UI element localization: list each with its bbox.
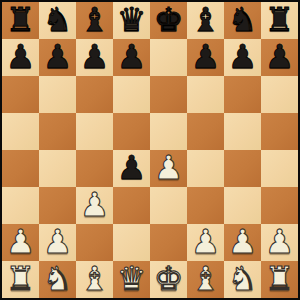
square-f8[interactable]: ♝	[187, 2, 224, 39]
square-b8[interactable]: ♞	[39, 2, 76, 39]
square-c6[interactable]	[76, 76, 113, 113]
square-a1[interactable]: ♜	[2, 261, 39, 298]
square-d7[interactable]: ♟	[113, 39, 150, 76]
square-d1[interactable]: ♛	[113, 261, 150, 298]
square-a8[interactable]: ♜	[2, 2, 39, 39]
square-e7[interactable]	[150, 39, 187, 76]
square-h6[interactable]	[261, 76, 298, 113]
piece-white-knight-b1[interactable]: ♞	[43, 262, 73, 295]
piece-white-pawn-c3[interactable]: ♟	[80, 188, 110, 221]
piece-black-bishop-f8[interactable]: ♝	[191, 3, 221, 36]
square-e8[interactable]: ♚	[150, 2, 187, 39]
square-h2[interactable]: ♟	[261, 224, 298, 261]
square-e2[interactable]	[150, 224, 187, 261]
piece-white-king-e1[interactable]: ♚	[154, 262, 184, 295]
piece-black-rook-a8[interactable]: ♜	[6, 3, 36, 36]
square-b1[interactable]: ♞	[39, 261, 76, 298]
chess-board[interactable]: ♜♞♝♛♚♝♞♜♟♟♟♟♟♟♟♟♟♟♟♟♟♟♟♜♞♝♛♚♝♞♜	[2, 2, 298, 298]
square-f7[interactable]: ♟	[187, 39, 224, 76]
square-f4[interactable]	[187, 150, 224, 187]
piece-black-king-e8[interactable]: ♚	[154, 3, 184, 36]
piece-white-knight-g1[interactable]: ♞	[228, 262, 258, 295]
piece-black-queen-d8[interactable]: ♛	[117, 3, 147, 36]
piece-white-pawn-g2[interactable]: ♟	[228, 225, 258, 258]
square-h5[interactable]	[261, 113, 298, 150]
square-c1[interactable]: ♝	[76, 261, 113, 298]
piece-white-pawn-e4[interactable]: ♟	[154, 151, 184, 184]
square-g6[interactable]	[224, 76, 261, 113]
square-g4[interactable]	[224, 150, 261, 187]
square-b6[interactable]	[39, 76, 76, 113]
square-b3[interactable]	[39, 187, 76, 224]
piece-black-pawn-f7[interactable]: ♟	[191, 40, 221, 73]
square-f5[interactable]	[187, 113, 224, 150]
square-c5[interactable]	[76, 113, 113, 150]
square-b4[interactable]	[39, 150, 76, 187]
piece-black-bishop-c8[interactable]: ♝	[80, 3, 110, 36]
piece-black-knight-g8[interactable]: ♞	[228, 3, 258, 36]
piece-white-pawn-h2[interactable]: ♟	[265, 225, 295, 258]
square-c8[interactable]: ♝	[76, 2, 113, 39]
piece-white-pawn-b2[interactable]: ♟	[43, 225, 73, 258]
piece-black-pawn-c7[interactable]: ♟	[80, 40, 110, 73]
square-g8[interactable]: ♞	[224, 2, 261, 39]
piece-white-queen-d1[interactable]: ♛	[117, 262, 147, 295]
square-e5[interactable]	[150, 113, 187, 150]
square-c7[interactable]: ♟	[76, 39, 113, 76]
piece-black-pawn-h7[interactable]: ♟	[265, 40, 295, 73]
square-e3[interactable]	[150, 187, 187, 224]
piece-black-pawn-g7[interactable]: ♟	[228, 40, 258, 73]
square-a4[interactable]	[2, 150, 39, 187]
piece-black-pawn-b7[interactable]: ♟	[43, 40, 73, 73]
square-d5[interactable]	[113, 113, 150, 150]
piece-white-rook-h1[interactable]: ♜	[265, 262, 295, 295]
piece-white-bishop-f1[interactable]: ♝	[191, 262, 221, 295]
square-g2[interactable]: ♟	[224, 224, 261, 261]
square-a6[interactable]	[2, 76, 39, 113]
square-d3[interactable]	[113, 187, 150, 224]
square-e4[interactable]: ♟	[150, 150, 187, 187]
square-f1[interactable]: ♝	[187, 261, 224, 298]
square-b2[interactable]: ♟	[39, 224, 76, 261]
square-h7[interactable]: ♟	[261, 39, 298, 76]
piece-white-pawn-a2[interactable]: ♟	[6, 225, 36, 258]
square-a7[interactable]: ♟	[2, 39, 39, 76]
piece-black-pawn-a7[interactable]: ♟	[6, 40, 36, 73]
square-d2[interactable]	[113, 224, 150, 261]
square-c4[interactable]	[76, 150, 113, 187]
square-d4[interactable]: ♟	[113, 150, 150, 187]
square-h8[interactable]: ♜	[261, 2, 298, 39]
piece-white-pawn-f2[interactable]: ♟	[191, 225, 221, 258]
square-a2[interactable]: ♟	[2, 224, 39, 261]
square-a5[interactable]	[2, 113, 39, 150]
square-a3[interactable]	[2, 187, 39, 224]
square-g3[interactable]	[224, 187, 261, 224]
square-b7[interactable]: ♟	[39, 39, 76, 76]
piece-black-pawn-d7[interactable]: ♟	[117, 40, 147, 73]
square-f2[interactable]: ♟	[187, 224, 224, 261]
chess-board-frame: ♜♞♝♛♚♝♞♜♟♟♟♟♟♟♟♟♟♟♟♟♟♟♟♜♞♝♛♚♝♞♜	[0, 0, 300, 300]
square-b5[interactable]	[39, 113, 76, 150]
square-c2[interactable]	[76, 224, 113, 261]
square-d8[interactable]: ♛	[113, 2, 150, 39]
square-h3[interactable]	[261, 187, 298, 224]
piece-white-bishop-c1[interactable]: ♝	[80, 262, 110, 295]
square-e1[interactable]: ♚	[150, 261, 187, 298]
square-e6[interactable]	[150, 76, 187, 113]
square-f6[interactable]	[187, 76, 224, 113]
square-g5[interactable]	[224, 113, 261, 150]
square-h1[interactable]: ♜	[261, 261, 298, 298]
square-g1[interactable]: ♞	[224, 261, 261, 298]
piece-black-pawn-d4[interactable]: ♟	[117, 151, 147, 184]
square-h4[interactable]	[261, 150, 298, 187]
square-g7[interactable]: ♟	[224, 39, 261, 76]
piece-white-rook-a1[interactable]: ♜	[6, 262, 36, 295]
square-c3[interactable]: ♟	[76, 187, 113, 224]
square-d6[interactable]	[113, 76, 150, 113]
square-f3[interactable]	[187, 187, 224, 224]
piece-black-knight-b8[interactable]: ♞	[43, 3, 73, 36]
piece-black-rook-h8[interactable]: ♜	[265, 3, 295, 36]
